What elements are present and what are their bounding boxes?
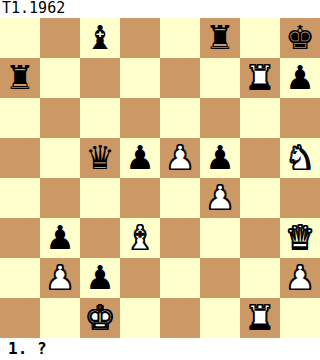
square-g8[interactable] bbox=[240, 18, 280, 58]
square-g1[interactable]: ♜ bbox=[240, 298, 280, 338]
square-c6[interactable] bbox=[80, 98, 120, 138]
square-b7[interactable] bbox=[40, 58, 80, 98]
square-f2[interactable] bbox=[200, 258, 240, 298]
square-b6[interactable] bbox=[40, 98, 80, 138]
square-g4[interactable] bbox=[240, 178, 280, 218]
square-d4[interactable] bbox=[120, 178, 160, 218]
square-g6[interactable] bbox=[240, 98, 280, 138]
square-d1[interactable] bbox=[120, 298, 160, 338]
piece-white-rook[interactable]: ♜ bbox=[240, 298, 280, 338]
square-h2[interactable]: ♟ bbox=[280, 258, 320, 298]
piece-white-pawn[interactable]: ♟ bbox=[200, 178, 240, 218]
square-d8[interactable] bbox=[120, 18, 160, 58]
piece-white-pawn[interactable]: ♟ bbox=[280, 258, 320, 298]
piece-black-pawn[interactable]: ♟ bbox=[40, 218, 80, 258]
square-c3[interactable] bbox=[80, 218, 120, 258]
piece-black-rook[interactable]: ♜ bbox=[200, 18, 240, 58]
piece-black-queen[interactable]: ♛ bbox=[80, 138, 120, 178]
square-f5[interactable]: ♟ bbox=[200, 138, 240, 178]
square-b2[interactable]: ♟ bbox=[40, 258, 80, 298]
square-h3[interactable]: ♛ bbox=[280, 218, 320, 258]
square-e8[interactable] bbox=[160, 18, 200, 58]
square-b3[interactable]: ♟ bbox=[40, 218, 80, 258]
square-e2[interactable] bbox=[160, 258, 200, 298]
square-d2[interactable] bbox=[120, 258, 160, 298]
chess-board: ♝♜♚♜♜♟♛♟♟♟♞♟♟♝♛♟♟♟♚♜ bbox=[0, 18, 320, 338]
square-a1[interactable] bbox=[0, 298, 40, 338]
square-h1[interactable] bbox=[280, 298, 320, 338]
piece-white-pawn[interactable]: ♟ bbox=[40, 258, 80, 298]
square-e3[interactable] bbox=[160, 218, 200, 258]
square-d5[interactable]: ♟ bbox=[120, 138, 160, 178]
piece-black-rook[interactable]: ♜ bbox=[0, 58, 40, 98]
square-h7[interactable]: ♟ bbox=[280, 58, 320, 98]
square-b5[interactable] bbox=[40, 138, 80, 178]
piece-black-pawn[interactable]: ♟ bbox=[80, 258, 120, 298]
square-d3[interactable]: ♝ bbox=[120, 218, 160, 258]
square-b8[interactable] bbox=[40, 18, 80, 58]
square-f6[interactable] bbox=[200, 98, 240, 138]
square-d7[interactable] bbox=[120, 58, 160, 98]
square-h6[interactable] bbox=[280, 98, 320, 138]
square-a6[interactable] bbox=[0, 98, 40, 138]
square-e1[interactable] bbox=[160, 298, 200, 338]
square-g3[interactable] bbox=[240, 218, 280, 258]
square-a8[interactable] bbox=[0, 18, 40, 58]
piece-black-bishop[interactable]: ♝ bbox=[80, 18, 120, 58]
square-a5[interactable] bbox=[0, 138, 40, 178]
square-g7[interactable]: ♜ bbox=[240, 58, 280, 98]
square-h4[interactable] bbox=[280, 178, 320, 218]
square-e6[interactable] bbox=[160, 98, 200, 138]
square-a2[interactable] bbox=[0, 258, 40, 298]
square-c2[interactable]: ♟ bbox=[80, 258, 120, 298]
square-a7[interactable]: ♜ bbox=[0, 58, 40, 98]
square-h8[interactable]: ♚ bbox=[280, 18, 320, 58]
square-f1[interactable] bbox=[200, 298, 240, 338]
square-f3[interactable] bbox=[200, 218, 240, 258]
square-e4[interactable] bbox=[160, 178, 200, 218]
piece-white-pawn[interactable]: ♟ bbox=[160, 138, 200, 178]
square-f7[interactable] bbox=[200, 58, 240, 98]
square-h5[interactable]: ♞ bbox=[280, 138, 320, 178]
square-c1[interactable]: ♚ bbox=[80, 298, 120, 338]
piece-black-king[interactable]: ♚ bbox=[280, 18, 320, 58]
square-f8[interactable]: ♜ bbox=[200, 18, 240, 58]
move-prompt: 1. ? bbox=[0, 338, 320, 360]
piece-black-pawn[interactable]: ♟ bbox=[120, 138, 160, 178]
piece-black-pawn[interactable]: ♟ bbox=[280, 58, 320, 98]
piece-black-pawn[interactable]: ♟ bbox=[200, 138, 240, 178]
square-b1[interactable] bbox=[40, 298, 80, 338]
piece-white-queen[interactable]: ♛ bbox=[280, 218, 320, 258]
piece-white-king[interactable]: ♚ bbox=[80, 298, 120, 338]
square-e7[interactable] bbox=[160, 58, 200, 98]
diagram-title: T1.1962 bbox=[0, 0, 320, 18]
square-c4[interactable] bbox=[80, 178, 120, 218]
square-g5[interactable] bbox=[240, 138, 280, 178]
square-c7[interactable] bbox=[80, 58, 120, 98]
piece-white-knight[interactable]: ♞ bbox=[280, 138, 320, 178]
piece-white-rook[interactable]: ♜ bbox=[240, 58, 280, 98]
square-c8[interactable]: ♝ bbox=[80, 18, 120, 58]
square-d6[interactable] bbox=[120, 98, 160, 138]
square-a4[interactable] bbox=[0, 178, 40, 218]
square-e5[interactable]: ♟ bbox=[160, 138, 200, 178]
square-f4[interactable]: ♟ bbox=[200, 178, 240, 218]
square-a3[interactable] bbox=[0, 218, 40, 258]
square-c5[interactable]: ♛ bbox=[80, 138, 120, 178]
square-g2[interactable] bbox=[240, 258, 280, 298]
square-b4[interactable] bbox=[40, 178, 80, 218]
piece-white-bishop[interactable]: ♝ bbox=[120, 218, 160, 258]
